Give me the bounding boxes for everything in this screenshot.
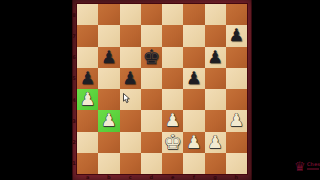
square-c6[interactable] [120,47,141,68]
square-h4[interactable] [226,89,247,110]
square-g5[interactable] [205,68,226,89]
square-c3[interactable] [120,110,141,131]
square-e4[interactable] [162,89,183,110]
square-g3[interactable] [205,110,226,131]
square-a3[interactable] [77,110,98,131]
logo-text: Chess [307,162,320,167]
square-f2[interactable]: ♟ [183,132,204,153]
square-a4[interactable]: ♟ [77,89,98,110]
square-a5[interactable]: ♟ [77,68,98,89]
square-a1[interactable] [77,153,98,174]
square-f5[interactable]: ♟ [183,68,204,89]
square-h8[interactable] [226,4,247,25]
chess-piece-logo-icon: ♛ [294,160,306,173]
white-pawn: ♟ [165,110,181,131]
white-pawn: ♟ [207,132,223,153]
square-g7[interactable] [205,25,226,46]
logo-subline [307,168,319,170]
square-b1[interactable] [98,153,119,174]
square-h6[interactable] [226,47,247,68]
file-labels: abcdefgh [77,173,247,180]
square-f6[interactable] [183,47,204,68]
file-label-b: b [98,173,119,180]
black-pawn: ♟ [229,25,245,46]
square-d4[interactable] [141,89,162,110]
square-e6[interactable] [162,47,183,68]
video-frame: 87654321 ♟♟♚♟♟♟♟♟♟♟♟♚♟♟ abcdefgh ♛ Chess [0,0,320,180]
square-b6[interactable]: ♟ [98,47,119,68]
square-h3[interactable]: ♟ [226,110,247,131]
white-pawn: ♟ [186,132,202,153]
square-e3[interactable]: ♟ [162,110,183,131]
square-g2[interactable]: ♟ [205,132,226,153]
black-king: ♚ [142,47,160,68]
file-label-g: g [205,173,226,180]
square-d3[interactable] [141,110,162,131]
square-e7[interactable] [162,25,183,46]
file-label-e: e [162,173,183,180]
black-pawn: ♟ [122,68,138,89]
square-d2[interactable] [141,132,162,153]
square-c2[interactable] [120,132,141,153]
square-b7[interactable] [98,25,119,46]
square-e1[interactable] [162,153,183,174]
file-label-a: a [77,173,98,180]
square-f1[interactable] [183,153,204,174]
square-f4[interactable] [183,89,204,110]
channel-logo: ♛ Chess [294,157,320,175]
square-c8[interactable] [120,4,141,25]
black-pawn: ♟ [186,68,202,89]
square-e2[interactable]: ♚ [162,132,183,153]
square-a7[interactable] [77,25,98,46]
square-b5[interactable] [98,68,119,89]
square-b8[interactable] [98,4,119,25]
file-label-d: d [141,173,162,180]
square-h5[interactable] [226,68,247,89]
square-d6[interactable]: ♚ [141,47,162,68]
mouse-cursor-icon [123,89,131,100]
square-g1[interactable] [205,153,226,174]
square-d5[interactable] [141,68,162,89]
square-c5[interactable]: ♟ [120,68,141,89]
square-h7[interactable]: ♟ [226,25,247,46]
square-g8[interactable] [205,4,226,25]
square-b4[interactable] [98,89,119,110]
black-pawn: ♟ [101,47,117,68]
square-a2[interactable] [77,132,98,153]
file-label-c: c [120,173,141,180]
black-pawn: ♟ [207,47,223,68]
square-d8[interactable] [141,4,162,25]
square-e8[interactable] [162,4,183,25]
chess-board[interactable]: ♟♟♚♟♟♟♟♟♟♟♟♚♟♟ [77,4,247,174]
square-a6[interactable] [77,47,98,68]
white-pawn: ♟ [80,89,96,110]
square-a8[interactable] [77,4,98,25]
square-d1[interactable] [141,153,162,174]
square-f8[interactable] [183,4,204,25]
square-f7[interactable] [183,25,204,46]
square-h2[interactable] [226,132,247,153]
square-h1[interactable] [226,153,247,174]
file-label-f: f [183,173,204,180]
white-pawn: ♟ [101,110,117,131]
square-c7[interactable] [120,25,141,46]
square-e5[interactable] [162,68,183,89]
square-f3[interactable] [183,110,204,131]
square-b3[interactable]: ♟ [98,110,119,131]
white-king: ♚ [164,132,182,153]
square-g6[interactable]: ♟ [205,47,226,68]
file-label-h: h [226,173,247,180]
square-c1[interactable] [120,153,141,174]
white-pawn: ♟ [229,110,245,131]
black-pawn: ♟ [80,68,96,89]
square-g4[interactable] [205,89,226,110]
square-b2[interactable] [98,132,119,153]
square-d7[interactable] [141,25,162,46]
